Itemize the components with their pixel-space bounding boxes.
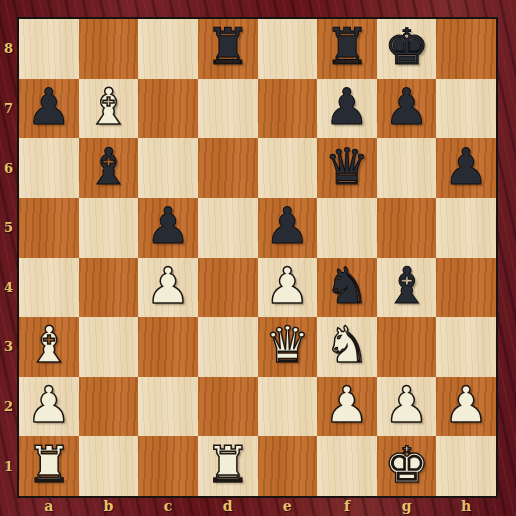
white-pawn[interactable]: ♟ (384, 380, 429, 433)
square-b6[interactable]: ♝ (79, 138, 139, 198)
square-c1[interactable] (138, 436, 198, 496)
white-bishop[interactable]: ♝ (86, 82, 131, 135)
white-knight[interactable]: ♞ (325, 320, 370, 373)
white-queen[interactable]: ♛ (265, 320, 310, 373)
square-d3[interactable] (198, 317, 258, 377)
square-a7[interactable]: ♟ (19, 79, 79, 139)
file-label-c: c (138, 497, 198, 515)
square-e6[interactable] (258, 138, 318, 198)
file-label-h: h (436, 497, 496, 515)
black-king[interactable]: ♚ (384, 22, 429, 75)
square-d8[interactable]: ♜ (198, 19, 258, 79)
square-a1[interactable]: ♜ (19, 436, 79, 496)
square-d5[interactable] (198, 198, 258, 258)
square-f5[interactable] (317, 198, 377, 258)
square-c4[interactable]: ♟ (138, 258, 198, 318)
square-c3[interactable] (138, 317, 198, 377)
square-f2[interactable]: ♟ (317, 377, 377, 437)
black-bishop[interactable]: ♝ (384, 261, 429, 314)
square-g2[interactable]: ♟ (377, 377, 437, 437)
black-queen[interactable]: ♛ (325, 142, 370, 195)
rank-label-1: 1 (0, 436, 17, 496)
black-pawn[interactable]: ♟ (384, 82, 429, 135)
square-a8[interactable] (19, 19, 79, 79)
square-e4[interactable]: ♟ (258, 258, 318, 318)
square-f3[interactable]: ♞ (317, 317, 377, 377)
square-b1[interactable] (79, 436, 139, 496)
black-pawn[interactable]: ♟ (146, 201, 191, 254)
square-h3[interactable] (436, 317, 496, 377)
black-pawn[interactable]: ♟ (265, 201, 310, 254)
white-king[interactable]: ♚ (384, 440, 429, 493)
white-bishop[interactable]: ♝ (26, 320, 71, 373)
black-rook[interactable]: ♜ (325, 22, 370, 75)
square-f6[interactable]: ♛ (317, 138, 377, 198)
square-e8[interactable] (258, 19, 318, 79)
square-b8[interactable] (79, 19, 139, 79)
rank-label-2: 2 (0, 377, 17, 437)
black-pawn[interactable]: ♟ (444, 142, 489, 195)
square-f4[interactable]: ♞ (317, 258, 377, 318)
file-label-b: b (79, 497, 139, 515)
square-d1[interactable]: ♜ (198, 436, 258, 496)
white-pawn[interactable]: ♟ (444, 380, 489, 433)
square-c8[interactable] (138, 19, 198, 79)
square-b5[interactable] (79, 198, 139, 258)
rank-label-6: 6 (0, 138, 17, 198)
square-g5[interactable] (377, 198, 437, 258)
square-h4[interactable] (436, 258, 496, 318)
square-d6[interactable] (198, 138, 258, 198)
square-h5[interactable] (436, 198, 496, 258)
square-g1[interactable]: ♚ (377, 436, 437, 496)
square-a6[interactable] (19, 138, 79, 198)
square-h2[interactable]: ♟ (436, 377, 496, 437)
square-d7[interactable] (198, 79, 258, 139)
square-f7[interactable]: ♟ (317, 79, 377, 139)
square-e5[interactable]: ♟ (258, 198, 318, 258)
black-bishop[interactable]: ♝ (86, 142, 131, 195)
square-e7[interactable] (258, 79, 318, 139)
rank-label-7: 7 (0, 79, 17, 139)
square-c2[interactable] (138, 377, 198, 437)
white-pawn[interactable]: ♟ (325, 380, 370, 433)
black-rook[interactable]: ♜ (205, 22, 250, 75)
white-pawn[interactable]: ♟ (265, 261, 310, 314)
square-h8[interactable] (436, 19, 496, 79)
square-d4[interactable] (198, 258, 258, 318)
square-f8[interactable]: ♜ (317, 19, 377, 79)
square-a3[interactable]: ♝ (19, 317, 79, 377)
file-label-a: a (19, 497, 79, 515)
square-f1[interactable] (317, 436, 377, 496)
white-pawn[interactable]: ♟ (146, 261, 191, 314)
rank-label-5: 5 (0, 198, 17, 258)
square-c6[interactable] (138, 138, 198, 198)
white-rook[interactable]: ♜ (26, 440, 71, 493)
square-g4[interactable]: ♝ (377, 258, 437, 318)
square-a5[interactable] (19, 198, 79, 258)
black-pawn[interactable]: ♟ (26, 82, 71, 135)
file-label-f: f (317, 497, 377, 515)
square-h6[interactable]: ♟ (436, 138, 496, 198)
square-a4[interactable] (19, 258, 79, 318)
square-b3[interactable] (79, 317, 139, 377)
white-pawn[interactable]: ♟ (26, 380, 71, 433)
square-c5[interactable]: ♟ (138, 198, 198, 258)
square-g8[interactable]: ♚ (377, 19, 437, 79)
square-g6[interactable] (377, 138, 437, 198)
file-labels: abcdefgh (19, 497, 496, 515)
rank-label-8: 8 (0, 19, 17, 79)
rank-label-4: 4 (0, 258, 17, 318)
chess-board: ♜♜♚♟♝♟♟♝♛♟♟♟♟♟♞♝♝♛♞♟♟♟♟♜♜♚ (17, 17, 498, 498)
file-label-g: g (377, 497, 437, 515)
square-g3[interactable] (377, 317, 437, 377)
square-e2[interactable] (258, 377, 318, 437)
file-label-d: d (198, 497, 258, 515)
white-rook[interactable]: ♜ (205, 440, 250, 493)
black-knight[interactable]: ♞ (325, 261, 370, 314)
square-h7[interactable] (436, 79, 496, 139)
square-e1[interactable] (258, 436, 318, 496)
square-b7[interactable]: ♝ (79, 79, 139, 139)
square-c7[interactable] (138, 79, 198, 139)
chess-board-frame: ♜♜♚♟♝♟♟♝♛♟♟♟♟♟♞♝♝♛♞♟♟♟♟♜♜♚ 87654321 abcd… (0, 0, 516, 516)
square-a2[interactable]: ♟ (19, 377, 79, 437)
black-pawn[interactable]: ♟ (325, 82, 370, 135)
file-label-e: e (258, 497, 318, 515)
square-d2[interactable] (198, 377, 258, 437)
square-h1[interactable] (436, 436, 496, 496)
square-b2[interactable] (79, 377, 139, 437)
square-e3[interactable]: ♛ (258, 317, 318, 377)
square-g7[interactable]: ♟ (377, 79, 437, 139)
rank-label-3: 3 (0, 317, 17, 377)
square-b4[interactable] (79, 258, 139, 318)
